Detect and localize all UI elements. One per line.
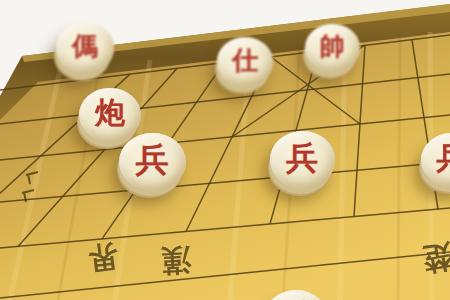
photo-scene: 界漢楚 傌仕帥炮兵兵兵兵 (0, 0, 450, 300)
piece-character: 兵 (286, 142, 318, 174)
xiangqi-piece-帥[interactable]: 帥 (305, 24, 360, 72)
xiangqi-piece-炮[interactable]: 炮 (79, 88, 141, 143)
xiangqi-piece-兵[interactable]: 兵 (270, 131, 335, 188)
piece-character: 帥 (320, 34, 345, 59)
piece-character: 仕 (232, 47, 258, 73)
carved-river-character: 漢 (160, 238, 192, 281)
piece-character: 炮 (95, 98, 125, 128)
piece-character: 兵 (437, 143, 450, 174)
xiangqi-piece-傌[interactable]: 傌 (56, 22, 114, 73)
piece-character: 傌 (72, 33, 98, 59)
xiangqi-piece-仕[interactable]: 仕 (217, 37, 273, 86)
piece-character: 兵 (136, 144, 169, 177)
carved-river-character: 界 (86, 234, 121, 278)
xiangqi-piece-兵[interactable]: 兵 (119, 133, 186, 192)
